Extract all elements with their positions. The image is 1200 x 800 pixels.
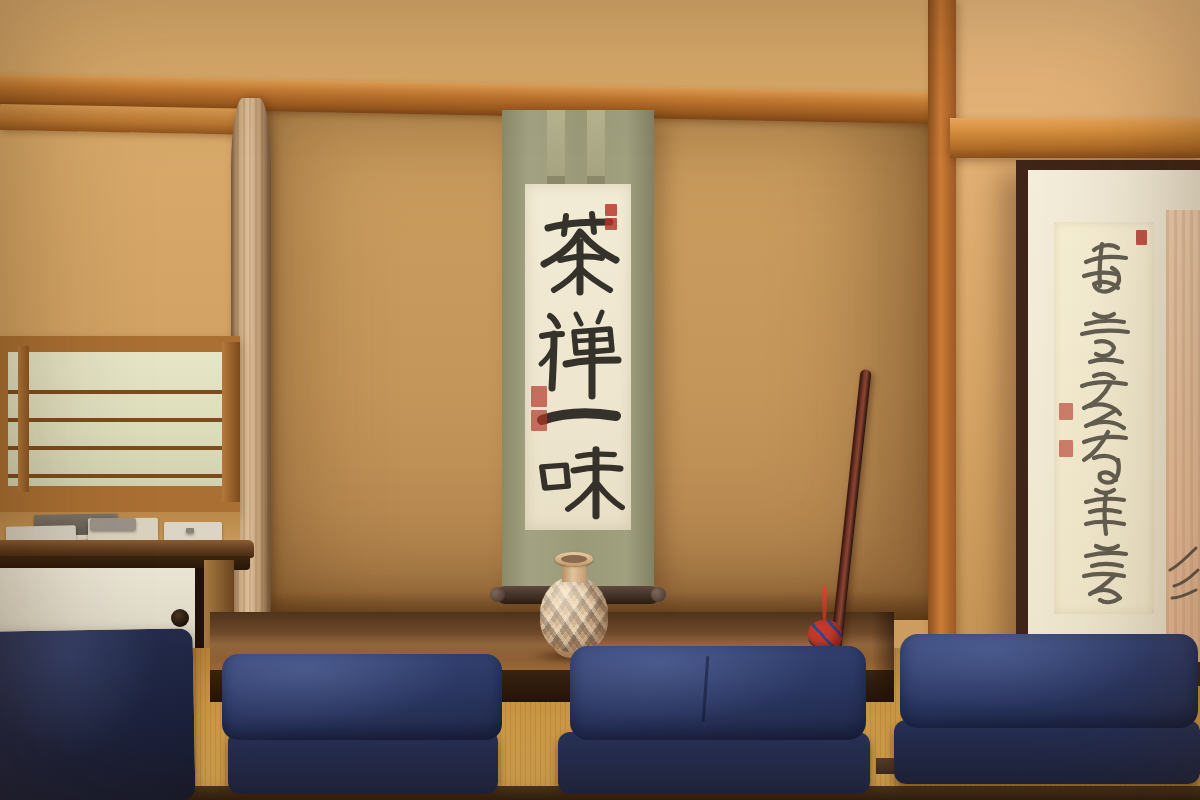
zabuton-cushion [0,628,195,800]
zabuton-cushion-base [894,720,1200,784]
shoji-stile [18,346,29,492]
shoji-stile [222,342,240,502]
red-seal [605,204,617,216]
char-zen [541,312,618,396]
char-mi [542,449,622,516]
red-seal [531,386,547,407]
tea-room-scene [0,0,1200,800]
scroll-roller-knob [490,587,505,602]
scroll-futai-strip [547,110,565,184]
vase-opening [561,555,587,563]
shoji-bar [8,418,222,422]
zabuton-cushion [900,634,1198,728]
char-kei [1084,546,1126,602]
zabuton-cushion-base [558,732,870,794]
scroll-roller-knob [651,587,666,602]
painting-brush-strokes [1166,540,1200,610]
char-seki [1084,244,1126,291]
scroll-futai-strip [587,110,605,184]
red-seal [605,218,617,230]
shoji-bar [8,446,222,450]
red-seal [531,410,547,431]
book-cover [90,518,136,530]
char-yu [1084,432,1126,483]
char-ka [1082,374,1126,428]
red-seal [1059,440,1073,457]
right-wall-rail [950,118,1200,158]
right-corner-post [928,0,956,664]
red-seal [1136,230,1147,245]
left-wall-rail [0,104,258,135]
door-pull [171,609,189,627]
red-seal [1059,403,1073,420]
zabuton-cushion [222,654,502,740]
char-yo [1086,490,1124,534]
zabuton-cushion [570,646,866,740]
scroll-calligraphy [527,188,629,530]
shoji-window [0,336,240,512]
char-ichi [542,413,616,420]
shoji-bar [8,390,222,394]
char-zen2 [1082,314,1128,362]
tokonoma-platform-end [872,612,894,702]
ceramic-vase [540,576,608,652]
shoji-bar [8,474,222,478]
book-label-mark [186,528,194,533]
